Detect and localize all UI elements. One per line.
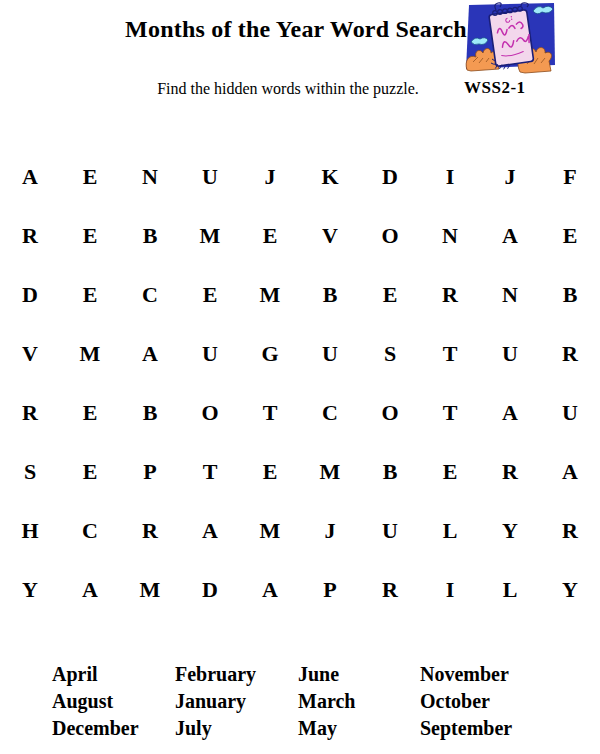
- grid-cell-r4c3[interactable]: A: [120, 324, 180, 383]
- grid-cell-r2c10[interactable]: E: [540, 206, 600, 265]
- grid-cell-r3c10[interactable]: B: [540, 265, 600, 324]
- grid-cell-r7c9[interactable]: Y: [480, 501, 540, 560]
- worksheet-code: WSS2-1: [464, 78, 526, 98]
- word-list-item: November: [420, 661, 512, 688]
- grid-cell-r6c8[interactable]: E: [420, 442, 480, 501]
- grid-cell-r1c1[interactable]: A: [0, 147, 60, 206]
- grid-cell-r5c10[interactable]: U: [540, 383, 600, 442]
- grid-cell-r8c7[interactable]: R: [360, 560, 420, 619]
- word-list-item: July: [175, 715, 256, 742]
- word-list-column-3: JuneMarchMay: [298, 661, 355, 742]
- grid-cell-r2c6[interactable]: V: [300, 206, 360, 265]
- word-list-item: August: [52, 688, 139, 715]
- grid-cell-r5c6[interactable]: C: [300, 383, 360, 442]
- grid-cell-r7c1[interactable]: H: [0, 501, 60, 560]
- grid-cell-r1c8[interactable]: I: [420, 147, 480, 206]
- grid-cell-r5c8[interactable]: T: [420, 383, 480, 442]
- grid-cell-r8c1[interactable]: Y: [0, 560, 60, 619]
- word-list-column-4: NovemberOctoberSeptember: [420, 661, 512, 742]
- word-list-column-2: FebruaryJanuaryJuly: [175, 661, 256, 742]
- word-list-item: April: [52, 661, 139, 688]
- grid-cell-r5c2[interactable]: E: [60, 383, 120, 442]
- grid-cell-r5c1[interactable]: R: [0, 383, 60, 442]
- grid-cell-r2c9[interactable]: A: [480, 206, 540, 265]
- grid-cell-r7c7[interactable]: U: [360, 501, 420, 560]
- grid-cell-r7c6[interactable]: J: [300, 501, 360, 560]
- grid-cell-r5c7[interactable]: O: [360, 383, 420, 442]
- word-list-item: January: [175, 688, 256, 715]
- grid-cell-r7c8[interactable]: L: [420, 501, 480, 560]
- grid-cell-r2c7[interactable]: O: [360, 206, 420, 265]
- grid-cell-r6c9[interactable]: R: [480, 442, 540, 501]
- grid-cell-r3c5[interactable]: M: [240, 265, 300, 324]
- grid-cell-r7c2[interactable]: C: [60, 501, 120, 560]
- word-list: AprilAugustDecemberFebruaryJanuaryJulyJu…: [0, 661, 600, 751]
- grid-cell-r6c7[interactable]: B: [360, 442, 420, 501]
- grid-cell-r5c4[interactable]: O: [180, 383, 240, 442]
- word-list-item: September: [420, 715, 512, 742]
- grid-cell-r7c5[interactable]: M: [240, 501, 300, 560]
- grid-cell-r8c5[interactable]: A: [240, 560, 300, 619]
- word-list-column-1: AprilAugustDecember: [52, 661, 139, 742]
- grid-cell-r8c6[interactable]: P: [300, 560, 360, 619]
- word-list-item: March: [298, 688, 355, 715]
- calendar-clipart: [463, 2, 556, 75]
- grid-cell-r8c3[interactable]: M: [120, 560, 180, 619]
- grid-cell-r1c10[interactable]: F: [540, 147, 600, 206]
- grid-cell-r4c4[interactable]: U: [180, 324, 240, 383]
- grid-cell-r6c1[interactable]: S: [0, 442, 60, 501]
- word-list-item: October: [420, 688, 512, 715]
- grid-cell-r4c9[interactable]: U: [480, 324, 540, 383]
- grid-cell-r4c6[interactable]: U: [300, 324, 360, 383]
- grid-cell-r8c10[interactable]: Y: [540, 560, 600, 619]
- grid-cell-r5c5[interactable]: T: [240, 383, 300, 442]
- grid-cell-r1c5[interactable]: J: [240, 147, 300, 206]
- grid-cell-r8c2[interactable]: A: [60, 560, 120, 619]
- grid-cell-r5c3[interactable]: B: [120, 383, 180, 442]
- grid-cell-r2c2[interactable]: E: [60, 206, 120, 265]
- word-list-item: February: [175, 661, 256, 688]
- grid-cell-r6c3[interactable]: P: [120, 442, 180, 501]
- grid-cell-r2c1[interactable]: R: [0, 206, 60, 265]
- word-list-item: May: [298, 715, 355, 742]
- grid-cell-r1c6[interactable]: K: [300, 147, 360, 206]
- grid-cell-r7c4[interactable]: A: [180, 501, 240, 560]
- grid-cell-r6c10[interactable]: A: [540, 442, 600, 501]
- grid-cell-r4c10[interactable]: R: [540, 324, 600, 383]
- grid-cell-r3c8[interactable]: R: [420, 265, 480, 324]
- grid-cell-r7c10[interactable]: R: [540, 501, 600, 560]
- grid-cell-r1c7[interactable]: D: [360, 147, 420, 206]
- grid-cell-r6c5[interactable]: E: [240, 442, 300, 501]
- grid-cell-r4c5[interactable]: G: [240, 324, 300, 383]
- grid-cell-r2c8[interactable]: N: [420, 206, 480, 265]
- grid-cell-r2c4[interactable]: M: [180, 206, 240, 265]
- grid-cell-r3c1[interactable]: D: [0, 265, 60, 324]
- grid-cell-r8c9[interactable]: L: [480, 560, 540, 619]
- worksheet-page: Months of the Year Word Search: [0, 0, 600, 754]
- word-search-grid: AENUJKDIJFREBMEVONAEDECEMBERNBVMAUGUSTUR…: [0, 147, 600, 619]
- grid-cell-r3c7[interactable]: E: [360, 265, 420, 324]
- word-list-item: December: [52, 715, 139, 742]
- calendar-clipart-image: [463, 2, 556, 75]
- word-list-item: June: [298, 661, 355, 688]
- grid-cell-r4c7[interactable]: S: [360, 324, 420, 383]
- grid-cell-r3c9[interactable]: N: [480, 265, 540, 324]
- grid-cell-r1c3[interactable]: N: [120, 147, 180, 206]
- grid-cell-r3c2[interactable]: E: [60, 265, 120, 324]
- grid-cell-r2c5[interactable]: E: [240, 206, 300, 265]
- grid-cell-r8c8[interactable]: I: [420, 560, 480, 619]
- grid-cell-r1c4[interactable]: U: [180, 147, 240, 206]
- grid-cell-r4c2[interactable]: M: [60, 324, 120, 383]
- grid-cell-r4c8[interactable]: T: [420, 324, 480, 383]
- grid-cell-r7c3[interactable]: R: [120, 501, 180, 560]
- grid-cell-r4c1[interactable]: V: [0, 324, 60, 383]
- grid-cell-r6c4[interactable]: T: [180, 442, 240, 501]
- grid-cell-r3c3[interactable]: C: [120, 265, 180, 324]
- grid-cell-r5c9[interactable]: A: [480, 383, 540, 442]
- grid-cell-r1c2[interactable]: E: [60, 147, 120, 206]
- grid-cell-r8c4[interactable]: D: [180, 560, 240, 619]
- grid-cell-r6c2[interactable]: E: [60, 442, 120, 501]
- grid-cell-r6c6[interactable]: M: [300, 442, 360, 501]
- grid-cell-r2c3[interactable]: B: [120, 206, 180, 265]
- grid-cell-r3c6[interactable]: B: [300, 265, 360, 324]
- grid-cell-r3c4[interactable]: E: [180, 265, 240, 324]
- grid-cell-r1c9[interactable]: J: [480, 147, 540, 206]
